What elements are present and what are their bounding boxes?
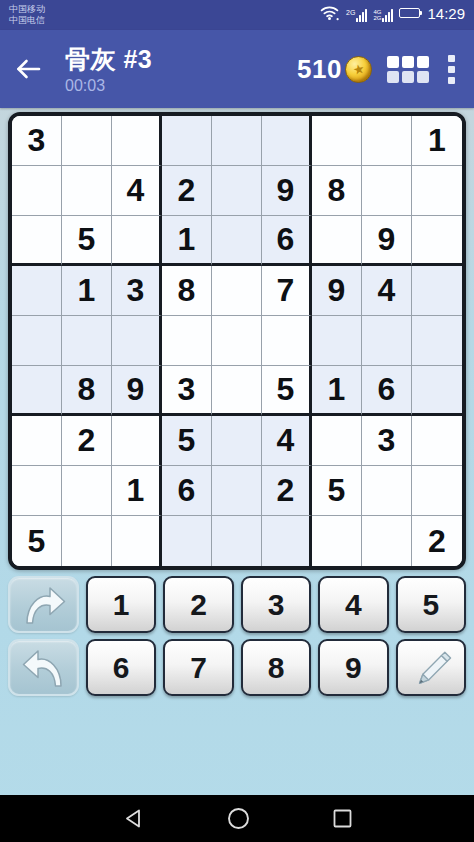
redo-arrow-icon: [19, 583, 69, 627]
numpad-1[interactable]: 1: [86, 576, 156, 633]
numpad-6[interactable]: 6: [86, 639, 156, 696]
cell-r2c9[interactable]: [412, 166, 462, 216]
coin-balance: 510 ★: [297, 54, 372, 85]
undo-arrow-icon: [19, 646, 69, 690]
cell-r2c5[interactable]: [212, 166, 262, 216]
cell-r9c1[interactable]: 5: [12, 516, 62, 566]
wifi-icon: [320, 5, 340, 21]
cell-r4c5[interactable]: [212, 266, 262, 316]
cell-r1c8[interactable]: [362, 116, 412, 166]
cell-r5c7[interactable]: [312, 316, 362, 366]
cell-r4c6[interactable]: 7: [262, 266, 312, 316]
battery-icon: [399, 8, 420, 18]
cell-r4c7[interactable]: 9: [312, 266, 362, 316]
numpad-7[interactable]: 7: [163, 639, 233, 696]
carrier-labels: 中国移动 中国电信: [9, 4, 45, 26]
cell-r9c4[interactable]: [162, 516, 212, 566]
cell-r4c3[interactable]: 3: [112, 266, 162, 316]
number-pad: 12345 6789: [86, 576, 466, 696]
cell-r3c7[interactable]: [312, 216, 362, 266]
cell-r1c5[interactable]: [212, 116, 262, 166]
cell-r5c2[interactable]: [62, 316, 112, 366]
numpad-8[interactable]: 8: [241, 639, 311, 696]
overflow-menu-button[interactable]: [444, 53, 459, 86]
cell-r6c3[interactable]: 9: [112, 366, 162, 416]
android-nav-bar: [0, 795, 474, 842]
cell-r9c5[interactable]: [212, 516, 262, 566]
signal-icon-sim1: 2G: [346, 9, 367, 22]
cell-r6c7[interactable]: 1: [312, 366, 362, 416]
cell-r3c8[interactable]: 9: [362, 216, 412, 266]
back-button[interactable]: [15, 57, 41, 81]
cell-r8c4[interactable]: 6: [162, 466, 212, 516]
cell-r3c5[interactable]: [212, 216, 262, 266]
cell-r8c1[interactable]: [12, 466, 62, 516]
cell-r3c6[interactable]: 6: [262, 216, 312, 266]
cell-r3c2[interactable]: 5: [62, 216, 112, 266]
phone-screen: 中国移动 中国电信 2G: [0, 0, 474, 842]
cell-r4c9[interactable]: [412, 266, 462, 316]
cell-r7c4[interactable]: 5: [162, 416, 212, 466]
cell-r7c8[interactable]: 3: [362, 416, 412, 466]
cell-r6c5[interactable]: [212, 366, 262, 416]
nav-recents-button[interactable]: [333, 809, 352, 828]
redo-button[interactable]: [8, 576, 79, 633]
cell-r5c9[interactable]: [412, 316, 462, 366]
cell-r4c2[interactable]: 1: [62, 266, 112, 316]
game-timer: 00:03: [65, 77, 152, 95]
cell-r1c9[interactable]: 1: [412, 116, 462, 166]
title-block: 骨灰 #3 00:03: [65, 43, 152, 95]
pencil-button[interactable]: [396, 639, 466, 696]
cell-r3c3[interactable]: [112, 216, 162, 266]
numpad-9[interactable]: 9: [318, 639, 388, 696]
cell-r8c8[interactable]: [362, 466, 412, 516]
carrier-2: 中国电信: [9, 15, 45, 26]
cell-r5c4[interactable]: [162, 316, 212, 366]
nav-home-icon: [227, 807, 250, 830]
numpad-3[interactable]: 3: [241, 576, 311, 633]
cell-r6c2[interactable]: 8: [62, 366, 112, 416]
cell-r2c7[interactable]: 8: [312, 166, 362, 216]
cell-r6c1[interactable]: [12, 366, 62, 416]
app-bar: 骨灰 #3 00:03 510 ★: [0, 30, 474, 108]
cell-r7c6[interactable]: 4: [262, 416, 312, 466]
numpad-row-1: 12345: [86, 576, 466, 633]
cell-r8c9[interactable]: [412, 466, 462, 516]
numpad-4[interactable]: 4: [318, 576, 388, 633]
cell-r8c2[interactable]: [62, 466, 112, 516]
page-title: 骨灰 #3: [65, 43, 152, 76]
cell-r9c9[interactable]: 2: [412, 516, 462, 566]
sudoku-board: 31429851691387948935162543162552: [8, 112, 466, 570]
signal-icon-sim2: 4G 2G: [373, 9, 393, 22]
cell-r2c8[interactable]: [362, 166, 412, 216]
cell-r7c1[interactable]: [12, 416, 62, 466]
cell-r9c3[interactable]: [112, 516, 162, 566]
status-time: 14:29: [427, 5, 465, 22]
overflow-menu-icon: [444, 53, 459, 86]
cell-r1c4[interactable]: [162, 116, 212, 166]
cell-r5c1[interactable]: [12, 316, 62, 366]
cell-r9c8[interactable]: [362, 516, 412, 566]
cell-r9c6[interactable]: [262, 516, 312, 566]
grid-view-button[interactable]: [387, 56, 429, 83]
cell-r4c8[interactable]: 4: [362, 266, 412, 316]
cell-r1c3[interactable]: [112, 116, 162, 166]
cell-r8c5[interactable]: [212, 466, 262, 516]
numpad-row-2: 6789: [86, 639, 466, 696]
cell-r1c1[interactable]: 3: [12, 116, 62, 166]
cell-r6c8[interactable]: 6: [362, 366, 412, 416]
cell-r3c9[interactable]: [412, 216, 462, 266]
cell-r5c8[interactable]: [362, 316, 412, 366]
cell-r8c3[interactable]: 1: [112, 466, 162, 516]
grid-icon: [387, 56, 429, 83]
cell-r1c2[interactable]: [62, 116, 112, 166]
cell-r2c4[interactable]: 2: [162, 166, 212, 216]
cell-r2c3[interactable]: 4: [112, 166, 162, 216]
numpad-5[interactable]: 5: [396, 576, 466, 633]
cell-r5c3[interactable]: [112, 316, 162, 366]
cell-r4c1[interactable]: [12, 266, 62, 316]
cell-r1c7[interactable]: [312, 116, 362, 166]
cell-r9c7[interactable]: [312, 516, 362, 566]
pencil-icon: [410, 647, 452, 689]
cell-r5c6[interactable]: [262, 316, 312, 366]
undo-button[interactable]: [8, 639, 79, 696]
cell-r5c5[interactable]: [212, 316, 262, 366]
cell-r6c9[interactable]: [412, 366, 462, 416]
numpad-2[interactable]: 2: [163, 576, 233, 633]
cell-r4c4[interactable]: 8: [162, 266, 212, 316]
cell-r7c7[interactable]: [312, 416, 362, 466]
cell-r2c1[interactable]: [12, 166, 62, 216]
nav-recents-icon: [333, 809, 352, 828]
cell-r3c4[interactable]: 1: [162, 216, 212, 266]
back-arrow-icon: [15, 57, 41, 81]
cell-r8c7[interactable]: 5: [312, 466, 362, 516]
coin-count: 510: [297, 54, 342, 85]
cell-r8c6[interactable]: 2: [262, 466, 312, 516]
nav-back-icon: [123, 808, 144, 829]
cell-r7c2[interactable]: 2: [62, 416, 112, 466]
nav-back-button[interactable]: [123, 808, 144, 829]
cell-r2c2[interactable]: [62, 166, 112, 216]
nav-home-button[interactable]: [227, 807, 250, 830]
cell-r7c5[interactable]: [212, 416, 262, 466]
coin-icon: ★: [345, 56, 372, 83]
cell-r7c3[interactable]: [112, 416, 162, 466]
cell-r6c6[interactable]: 5: [262, 366, 312, 416]
cell-r2c6[interactable]: 9: [262, 166, 312, 216]
status-bar: 中国移动 中国电信 2G: [0, 0, 474, 30]
cell-r9c2[interactable]: [62, 516, 112, 566]
cell-r1c6[interactable]: [262, 116, 312, 166]
cell-r3c1[interactable]: [12, 216, 62, 266]
cell-r6c4[interactable]: 3: [162, 366, 212, 416]
controls: 12345 6789: [8, 576, 466, 696]
cell-r7c9[interactable]: [412, 416, 462, 466]
carrier-1: 中国移动: [9, 4, 45, 15]
